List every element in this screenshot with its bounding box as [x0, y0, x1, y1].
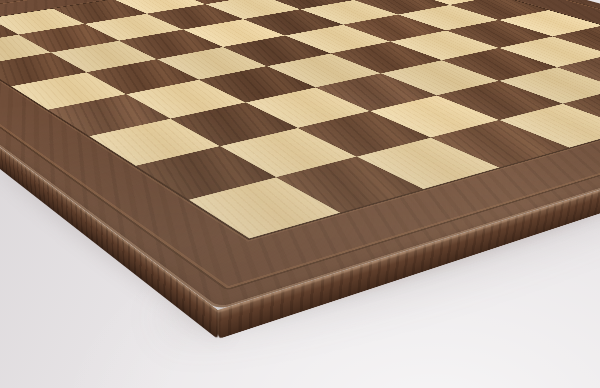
chessboard — [0, 0, 600, 310]
board-frame-top — [0, 0, 600, 310]
photo-stage — [0, 0, 600, 388]
playing-area — [0, 0, 600, 239]
